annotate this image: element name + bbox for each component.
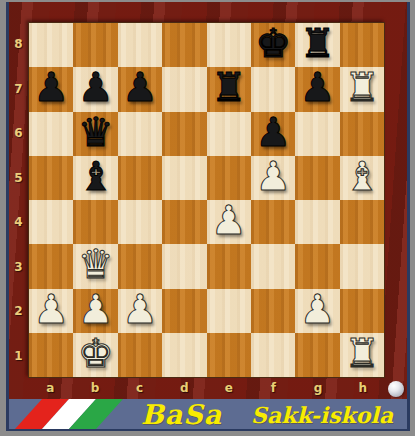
chess-diagram-panel: 87654321 ♚♜♟♟♟♜♟♜♛♟♝♟♝♟♛♟♟♟♟♚♜ abcdefgh … (6, 2, 410, 431)
piece-black-pawn: ♟ (255, 112, 291, 152)
square-h3[interactable] (340, 244, 384, 288)
piece-white-pawn: ♟ (211, 200, 247, 240)
square-e5[interactable] (207, 156, 251, 200)
piece-black-bishop: ♝ (78, 156, 114, 196)
square-b5[interactable]: ♝ (73, 156, 117, 200)
square-h6[interactable] (340, 112, 384, 156)
chess-board: ♚♜♟♟♟♜♟♜♛♟♝♟♝♟♛♟♟♟♟♚♜ (28, 22, 385, 378)
square-e4[interactable]: ♟ (207, 200, 251, 244)
piece-black-rook: ♜ (300, 23, 336, 63)
file-label-f: f (251, 378, 296, 398)
file-label-d: d (162, 378, 207, 398)
square-d6[interactable] (162, 112, 206, 156)
square-a7[interactable]: ♟ (29, 67, 73, 111)
square-c2[interactable]: ♟ (118, 289, 162, 333)
square-b1[interactable]: ♚ (73, 333, 117, 377)
file-label-b: b (73, 378, 118, 398)
square-c1[interactable] (118, 333, 162, 377)
square-g8[interactable]: ♜ (295, 23, 339, 67)
square-b6[interactable]: ♛ (73, 112, 117, 156)
square-f2[interactable] (251, 289, 295, 333)
square-a5[interactable] (29, 156, 73, 200)
footer-banner: BaSa Sakk-iskola (9, 399, 407, 429)
square-d8[interactable] (162, 23, 206, 67)
square-h4[interactable] (340, 200, 384, 244)
square-a3[interactable] (29, 244, 73, 288)
square-e2[interactable] (207, 289, 251, 333)
square-f7[interactable] (251, 67, 295, 111)
square-d3[interactable] (162, 244, 206, 288)
square-e7[interactable]: ♜ (207, 67, 251, 111)
square-d1[interactable] (162, 333, 206, 377)
square-g3[interactable] (295, 244, 339, 288)
piece-white-pawn: ♟ (255, 156, 291, 196)
square-g2[interactable]: ♟ (295, 289, 339, 333)
square-b7[interactable]: ♟ (73, 67, 117, 111)
file-label-e: e (207, 378, 252, 398)
piece-white-king: ♚ (78, 333, 114, 373)
square-f8[interactable]: ♚ (251, 23, 295, 67)
piece-black-pawn: ♟ (122, 67, 158, 107)
piece-black-pawn: ♟ (33, 67, 69, 107)
square-g1[interactable] (295, 333, 339, 377)
square-c3[interactable] (118, 244, 162, 288)
square-f1[interactable] (251, 333, 295, 377)
brand-logo-text: BaSa (141, 399, 222, 429)
square-g6[interactable] (295, 112, 339, 156)
white-to-move-indicator (388, 381, 404, 397)
rank-label-4: 4 (9, 200, 28, 245)
file-label-h: h (340, 378, 385, 398)
square-h2[interactable] (340, 289, 384, 333)
brand-subtitle-text: Sakk-iskola (251, 399, 393, 429)
square-f3[interactable] (251, 244, 295, 288)
rank-label-1: 1 (9, 334, 28, 379)
square-b2[interactable]: ♟ (73, 289, 117, 333)
square-g5[interactable] (295, 156, 339, 200)
piece-white-pawn: ♟ (33, 289, 69, 329)
square-h1[interactable]: ♜ (340, 333, 384, 377)
square-c7[interactable]: ♟ (118, 67, 162, 111)
square-f6[interactable]: ♟ (251, 112, 295, 156)
square-c6[interactable] (118, 112, 162, 156)
file-label-a: a (28, 378, 73, 398)
piece-black-king: ♚ (255, 23, 291, 63)
piece-white-pawn: ♟ (122, 289, 158, 329)
square-d7[interactable] (162, 67, 206, 111)
file-label-g: g (296, 378, 341, 398)
rank-label-6: 6 (9, 111, 28, 156)
square-f4[interactable] (251, 200, 295, 244)
piece-white-queen: ♛ (78, 244, 114, 284)
rank-label-3: 3 (9, 245, 28, 290)
square-c5[interactable] (118, 156, 162, 200)
square-h7[interactable]: ♜ (340, 67, 384, 111)
rank-labels: 87654321 (9, 22, 28, 378)
square-e6[interactable] (207, 112, 251, 156)
square-b8[interactable] (73, 23, 117, 67)
square-b3[interactable]: ♛ (73, 244, 117, 288)
square-c8[interactable] (118, 23, 162, 67)
piece-black-queen: ♛ (78, 112, 114, 152)
piece-white-rook: ♜ (344, 333, 380, 373)
square-a1[interactable] (29, 333, 73, 377)
piece-black-pawn: ♟ (300, 67, 336, 107)
square-h5[interactable]: ♝ (340, 156, 384, 200)
square-g4[interactable] (295, 200, 339, 244)
rank-label-7: 7 (9, 67, 28, 112)
piece-black-rook: ♜ (211, 67, 247, 107)
square-d5[interactable] (162, 156, 206, 200)
square-g7[interactable]: ♟ (295, 67, 339, 111)
square-a6[interactable] (29, 112, 73, 156)
square-h8[interactable] (340, 23, 384, 67)
square-a8[interactable] (29, 23, 73, 67)
hungarian-flag-icon (15, 399, 123, 429)
piece-white-rook: ♜ (344, 67, 380, 107)
square-e3[interactable] (207, 244, 251, 288)
piece-black-pawn: ♟ (78, 67, 114, 107)
screenshot-root: 87654321 ♚♜♟♟♟♜♟♜♛♟♝♟♝♟♛♟♟♟♟♚♜ abcdefgh … (0, 0, 415, 436)
rank-label-8: 8 (9, 22, 28, 67)
square-b4[interactable] (73, 200, 117, 244)
square-d2[interactable] (162, 289, 206, 333)
piece-white-bishop: ♝ (344, 156, 380, 196)
square-e1[interactable] (207, 333, 251, 377)
piece-white-pawn: ♟ (300, 289, 336, 329)
square-a2[interactable]: ♟ (29, 289, 73, 333)
file-labels: abcdefgh (28, 378, 385, 398)
square-c4[interactable] (118, 200, 162, 244)
rank-label-5: 5 (9, 156, 28, 201)
square-d4[interactable] (162, 200, 206, 244)
square-f5[interactable]: ♟ (251, 156, 295, 200)
file-label-c: c (117, 378, 162, 398)
piece-white-pawn: ♟ (78, 289, 114, 329)
rank-label-2: 2 (9, 289, 28, 334)
square-a4[interactable] (29, 200, 73, 244)
square-e8[interactable] (207, 23, 251, 67)
